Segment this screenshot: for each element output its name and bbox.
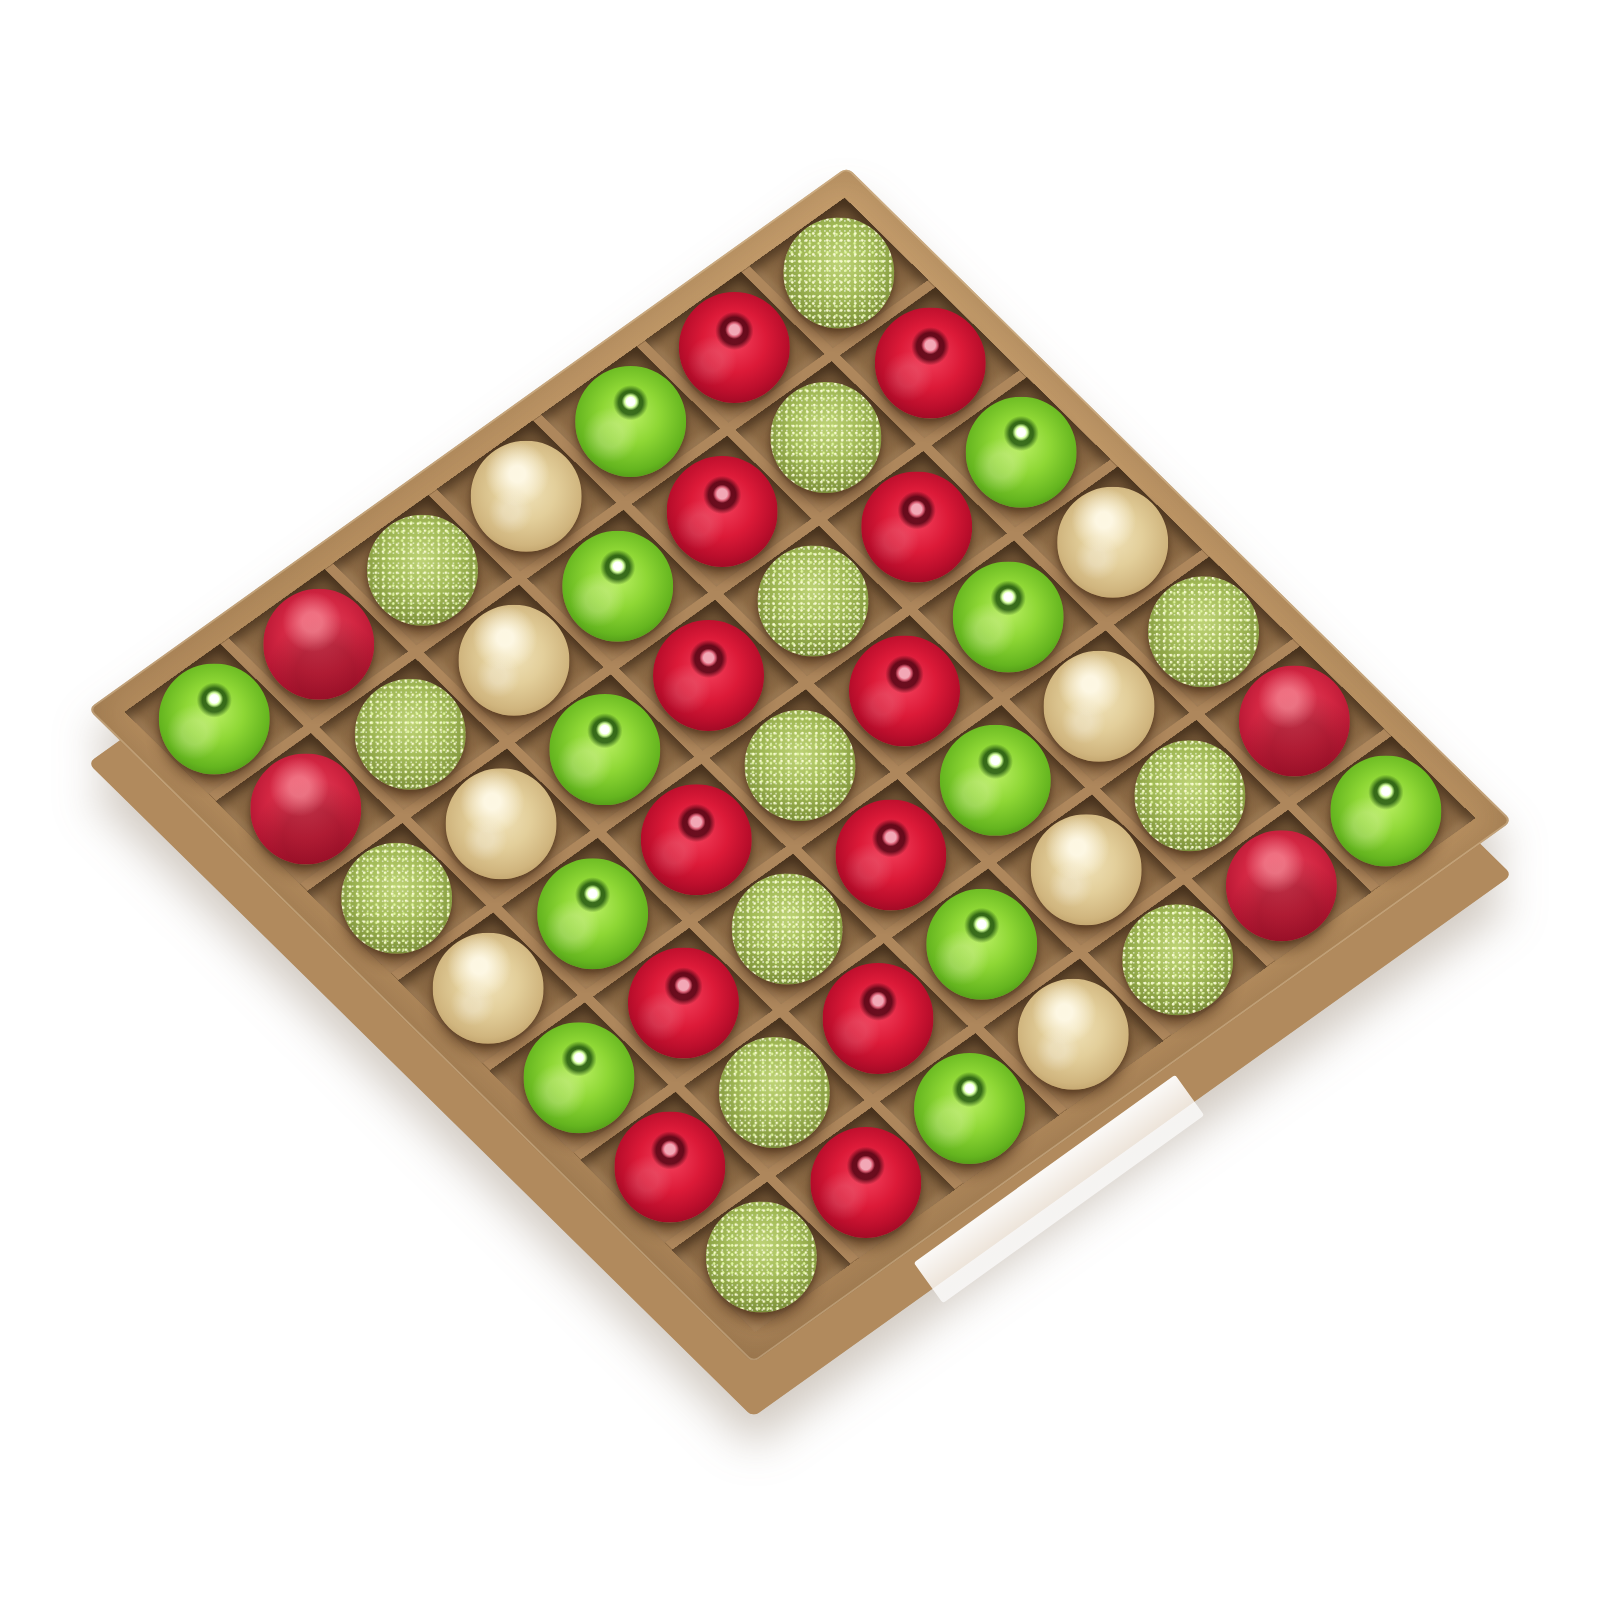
ornament-green-glitter	[354, 679, 465, 790]
ornament-green-shiny	[927, 889, 1038, 1000]
ornament-green-shiny	[575, 366, 686, 477]
ornament-red-matte	[1239, 666, 1350, 777]
ornament-red-shiny	[862, 471, 973, 582]
ornament-green-glitter	[783, 218, 894, 329]
ornament-green-glitter	[770, 382, 881, 493]
ornament-green-glitter	[745, 710, 856, 821]
ornament-green-shiny	[562, 530, 673, 641]
ornament-gold-matte	[458, 605, 569, 716]
ornament-red-shiny	[615, 1112, 726, 1223]
ornament-red-shiny	[849, 635, 960, 746]
ornament-gold-matte	[432, 932, 543, 1043]
ornament-gold-matte	[1018, 979, 1129, 1090]
ornament-red-shiny	[810, 1127, 921, 1238]
ornament-red-matte	[1226, 830, 1337, 941]
ornament-gold-matte	[1044, 651, 1155, 762]
ornament-red-shiny	[679, 292, 790, 403]
ornament-green-glitter	[367, 515, 478, 626]
ornament-green-glitter	[341, 843, 452, 954]
ornament-gold-matte	[445, 768, 556, 879]
box-top-face	[88, 167, 1512, 1363]
ornament-green-shiny	[953, 561, 1064, 672]
ornament-red-shiny	[666, 456, 777, 567]
ornament-green-shiny	[537, 858, 648, 969]
ornament-red-shiny	[823, 963, 934, 1074]
ornament-red-matte	[263, 589, 374, 700]
ornament-green-glitter	[719, 1037, 830, 1148]
ornament-red-shiny	[653, 620, 764, 731]
ornament-green-shiny	[1330, 756, 1441, 867]
ornament-green-glitter	[757, 546, 868, 657]
ornament-green-shiny	[524, 1022, 635, 1133]
ornament-gold-matte	[1031, 815, 1142, 926]
ornament-red-shiny	[641, 784, 752, 895]
ornament-green-shiny	[966, 397, 1077, 508]
ornament-green-shiny	[914, 1053, 1025, 1164]
ornament-green-glitter	[1135, 740, 1246, 851]
ornament-red-shiny	[836, 799, 947, 910]
ornament-green-shiny	[159, 663, 270, 774]
ornament-red-matte	[250, 753, 361, 864]
ornament-green-glitter	[732, 873, 843, 984]
photo-background	[0, 0, 1601, 1601]
ornament-red-shiny	[628, 948, 739, 1059]
ornament-green-shiny	[940, 725, 1051, 836]
compartment-grid	[125, 198, 1476, 1333]
ornament-green-glitter	[1148, 576, 1259, 687]
ornament-green-glitter	[706, 1201, 817, 1312]
ornament-red-shiny	[874, 307, 985, 418]
ornament-gold-matte	[471, 441, 582, 552]
ornament-green-shiny	[549, 694, 660, 805]
ornament-green-glitter	[1122, 904, 1233, 1015]
ornament-gold-matte	[1057, 487, 1168, 598]
